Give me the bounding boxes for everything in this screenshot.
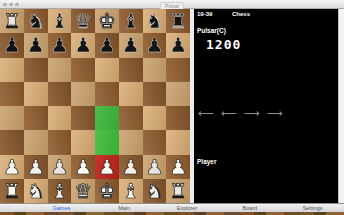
tab-settings[interactable]: Settings	[281, 204, 344, 212]
white-pawn-piece: ♟	[24, 155, 48, 179]
square-d8[interactable]: ♛	[71, 9, 95, 33]
white-rook-piece: ♜	[0, 179, 24, 203]
square-c5[interactable]	[48, 82, 72, 106]
square-f4[interactable]	[119, 106, 143, 130]
white-pawn-piece: ♟	[95, 155, 119, 179]
white-pawn-piece: ♟	[0, 155, 24, 179]
square-a5[interactable]	[0, 82, 24, 106]
square-b1[interactable]: ♞	[24, 179, 48, 203]
square-h3[interactable]	[166, 130, 190, 154]
black-pawn-piece: ♟	[119, 33, 143, 57]
black-rook-piece: ♜	[166, 9, 190, 33]
square-g7[interactable]: ♟	[143, 33, 167, 57]
close-button-icon[interactable]	[3, 3, 7, 7]
white-king-piece: ♚	[95, 179, 119, 203]
window-right-edge	[338, 9, 344, 203]
square-h8[interactable]: ♜	[166, 9, 190, 33]
square-f2[interactable]: ♟	[119, 155, 143, 179]
jump-to-end-arrow-icon[interactable]: ⟶	[267, 108, 283, 119]
square-b6[interactable]	[24, 58, 48, 82]
black-pawn-piece: ♟	[0, 33, 24, 57]
square-c2[interactable]: ♟	[48, 155, 72, 179]
tab-main[interactable]: Main	[93, 204, 156, 212]
black-knight-piece: ♞	[143, 9, 167, 33]
engine-name: Pulsar(C)	[197, 27, 226, 34]
square-g6[interactable]	[143, 58, 167, 82]
square-e6[interactable]	[95, 58, 119, 82]
square-e8[interactable]: ♚	[95, 9, 119, 33]
tab-board[interactable]: Board	[218, 204, 281, 212]
square-f5[interactable]	[119, 82, 143, 106]
white-queen-piece: ♛	[71, 179, 95, 203]
desktop-background-strip	[0, 212, 344, 215]
square-f6[interactable]	[119, 58, 143, 82]
square-d3[interactable]	[71, 130, 95, 154]
square-d2[interactable]: ♟	[71, 155, 95, 179]
square-e1[interactable]: ♚	[95, 179, 119, 203]
square-c1[interactable]: ♝	[48, 179, 72, 203]
square-h2[interactable]: ♟	[166, 155, 190, 179]
title-bar: Pulsar	[0, 0, 344, 9]
black-bishop-piece: ♝	[119, 9, 143, 33]
chess-board[interactable]: ♜♞♝♛♚♝♞♜♟♟♟♟♟♟♟♟♟♟♟♟♟♟♟♟♜♞♝♛♚♝♞♜	[0, 9, 190, 203]
square-c3[interactable]	[48, 130, 72, 154]
square-g1[interactable]: ♞	[143, 179, 167, 203]
square-h5[interactable]	[166, 82, 190, 106]
square-h6[interactable]	[166, 58, 190, 82]
square-e2[interactable]: ♟	[95, 155, 119, 179]
white-knight-piece: ♞	[143, 179, 167, 203]
square-a3[interactable]	[0, 130, 24, 154]
square-a2[interactable]: ♟	[0, 155, 24, 179]
black-pawn-piece: ♟	[24, 33, 48, 57]
white-rook-piece: ♜	[0, 9, 24, 33]
black-pawn-piece: ♟	[71, 33, 95, 57]
square-d7[interactable]: ♟	[71, 33, 95, 57]
black-pawn-piece: ♟	[95, 33, 119, 57]
square-f1[interactable]: ♝	[119, 179, 143, 203]
square-e3[interactable]	[95, 130, 119, 154]
square-g4[interactable]	[143, 106, 167, 130]
black-pawn-piece: ♟	[166, 33, 190, 57]
square-c8[interactable]: ♝	[48, 9, 72, 33]
minimize-button-icon[interactable]	[9, 3, 13, 7]
white-rook-piece: ♜	[166, 179, 190, 203]
black-knight-piece: ♞	[24, 9, 48, 33]
step-back-arrow-icon[interactable]: ⟵	[221, 108, 237, 119]
square-c7[interactable]: ♟	[48, 33, 72, 57]
square-d4[interactable]	[71, 106, 95, 130]
square-c4[interactable]	[48, 106, 72, 130]
square-g8[interactable]: ♞	[143, 9, 167, 33]
player-name: Player	[197, 158, 217, 165]
variant-label: Chess	[232, 11, 250, 17]
step-forward-arrow-icon[interactable]: ⟶	[244, 108, 260, 119]
white-pawn-piece: ♟	[48, 155, 72, 179]
white-pawn-piece: ♟	[71, 155, 95, 179]
white-bishop-piece: ♝	[119, 179, 143, 203]
black-pawn-piece: ♟	[143, 33, 167, 57]
square-h1[interactable]: ♜	[166, 179, 190, 203]
square-g3[interactable]	[143, 130, 167, 154]
square-b5[interactable]	[24, 82, 48, 106]
square-c6[interactable]	[48, 58, 72, 82]
game-info-panel: 19-39 Chess Pulsar(C) 1200 ⟵⟵⟶⟶ Player	[194, 9, 338, 203]
game-number: 19-39	[197, 11, 212, 17]
square-b4[interactable]	[24, 106, 48, 130]
square-f8[interactable]: ♝	[119, 9, 143, 33]
white-bishop-piece: ♝	[48, 179, 72, 203]
square-e5[interactable]	[95, 82, 119, 106]
square-a4[interactable]	[0, 106, 24, 130]
square-a1[interactable]: ♜	[0, 179, 24, 203]
black-queen-piece: ♛	[71, 9, 95, 33]
square-h7[interactable]: ♟	[166, 33, 190, 57]
engine-rating: 1200	[206, 37, 241, 52]
square-b3[interactable]	[24, 130, 48, 154]
square-f3[interactable]	[119, 130, 143, 154]
square-f7[interactable]: ♟	[119, 33, 143, 57]
square-b7[interactable]: ♟	[24, 33, 48, 57]
square-g5[interactable]	[143, 82, 167, 106]
white-pawn-piece: ♟	[166, 155, 190, 179]
tab-games[interactable]: Games	[30, 204, 93, 212]
tab-explorer[interactable]: Explorer	[156, 204, 219, 212]
square-e7[interactable]: ♟	[95, 33, 119, 57]
square-a7[interactable]: ♟	[0, 33, 24, 57]
square-e4[interactable]	[95, 106, 119, 130]
square-b2[interactable]: ♟	[24, 155, 48, 179]
square-g2[interactable]: ♟	[143, 155, 167, 179]
square-d1[interactable]: ♛	[71, 179, 95, 203]
jump-to-start-arrow-icon[interactable]: ⟵	[198, 108, 214, 119]
white-knight-piece: ♞	[24, 179, 48, 203]
black-pawn-piece: ♟	[48, 33, 72, 57]
white-king-piece: ♚	[95, 9, 119, 33]
square-d6[interactable]	[71, 58, 95, 82]
square-a8[interactable]: ♜	[0, 9, 24, 33]
zoom-button-icon[interactable]	[15, 3, 19, 7]
move-navigation: ⟵⟵⟶⟶	[198, 108, 283, 119]
square-h4[interactable]	[166, 106, 190, 130]
square-b8[interactable]: ♞	[24, 9, 48, 33]
square-d5[interactable]	[71, 82, 95, 106]
white-pawn-piece: ♟	[143, 155, 167, 179]
black-bishop-piece: ♝	[48, 9, 72, 33]
white-pawn-piece: ♟	[119, 155, 143, 179]
square-a6[interactable]	[0, 58, 24, 82]
bottom-tab-bar: GamesMainExplorerBoardSettings	[0, 203, 344, 212]
